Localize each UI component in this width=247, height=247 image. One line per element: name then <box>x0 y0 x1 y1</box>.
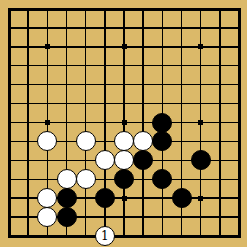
black-stone <box>172 188 192 208</box>
white-stone <box>57 169 77 189</box>
white-stone <box>76 169 96 189</box>
black-stone <box>152 169 172 189</box>
star-point <box>122 44 127 49</box>
black-stone <box>57 188 77 208</box>
white-stone <box>95 150 115 170</box>
grid-line-vertical <box>142 8 143 238</box>
white-stone <box>37 207 57 227</box>
black-stone <box>191 150 211 170</box>
white-stone <box>37 188 57 208</box>
black-stone <box>57 207 77 227</box>
go-board: 1 <box>0 0 247 247</box>
black-stone <box>152 131 172 151</box>
star-point <box>198 120 203 125</box>
move-number-label: 1 <box>101 230 109 242</box>
white-stone <box>76 131 96 151</box>
black-stone <box>95 188 115 208</box>
grid-line-vertical <box>238 8 241 238</box>
star-point <box>122 196 127 201</box>
white-stone <box>114 150 134 170</box>
star-point <box>198 44 203 49</box>
black-stone <box>133 150 153 170</box>
grid-line-vertical <box>219 8 220 238</box>
black-stone <box>114 169 134 189</box>
star-point <box>45 120 50 125</box>
star-point <box>198 196 203 201</box>
white-stone <box>37 131 57 151</box>
star-point <box>45 44 50 49</box>
white-stone <box>133 131 153 151</box>
white-stone <box>114 131 134 151</box>
star-point <box>122 120 127 125</box>
grid-line-horizontal <box>8 235 241 238</box>
black-stone <box>152 113 172 133</box>
marked-white-stone-move-1: 1 <box>95 226 115 246</box>
